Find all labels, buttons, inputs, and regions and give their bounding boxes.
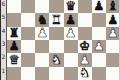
square-e2[interactable] <box>64 53 78 66</box>
square-g1[interactable] <box>92 67 106 80</box>
piece-white-queen[interactable]: ♛ <box>8 53 19 66</box>
square-g2[interactable] <box>92 53 106 66</box>
square-h2[interactable] <box>106 53 120 66</box>
piece-white-knight[interactable]: ♞ <box>51 53 62 66</box>
square-a6[interactable] <box>7 0 21 13</box>
piece-black-pawn[interactable]: ♟ <box>93 0 104 12</box>
square-g6[interactable]: ♟ <box>92 0 106 13</box>
square-d4[interactable] <box>49 27 63 40</box>
square-c1[interactable] <box>35 67 49 80</box>
rank-label-1: 1 <box>1 67 6 80</box>
piece-white-knight[interactable]: ♞ <box>79 67 90 80</box>
square-b3[interactable] <box>21 40 35 53</box>
rank-label-3: 3 <box>1 40 6 53</box>
square-d5[interactable]: ♜ <box>49 13 63 26</box>
rank-labels: 654321 <box>0 0 7 80</box>
rank-label-4: 4 <box>1 27 6 40</box>
square-f1[interactable]: ♞ <box>78 67 92 80</box>
square-h4[interactable]: ♟ <box>106 27 120 40</box>
piece-white-pawn[interactable]: ♟ <box>93 40 104 53</box>
rank-label-5: 5 <box>1 13 6 26</box>
chess-board: ♛♟♝♞♜♟♟♜♟♟♟♟♚♟♛♞♟♞ <box>7 0 120 80</box>
square-b2[interactable] <box>21 53 35 66</box>
square-f5[interactable] <box>78 13 92 26</box>
piece-white-pawn[interactable]: ♟ <box>37 27 48 40</box>
square-b5[interactable] <box>21 13 35 26</box>
square-c4[interactable]: ♟ <box>35 27 49 40</box>
square-d1[interactable] <box>49 67 63 80</box>
square-h1[interactable] <box>106 67 120 80</box>
square-e4[interactable]: ♟ <box>64 27 78 40</box>
piece-white-pawn[interactable]: ♟ <box>107 27 118 40</box>
square-h3[interactable] <box>106 40 120 53</box>
square-d2[interactable]: ♞ <box>49 53 63 66</box>
chess-diagram: 654321 ♛♟♝♞♜♟♟♜♟♟♟♟♚♟♛♞♟♞ <box>0 0 120 80</box>
piece-white-pawn[interactable]: ♟ <box>65 27 76 40</box>
square-c2[interactable] <box>35 53 49 66</box>
square-b1[interactable] <box>21 67 35 80</box>
square-b6[interactable] <box>21 0 35 13</box>
piece-white-rook[interactable]: ♜ <box>51 13 62 26</box>
square-b4[interactable] <box>21 27 35 40</box>
square-g5[interactable] <box>92 13 106 26</box>
square-g3[interactable]: ♟ <box>92 40 106 53</box>
square-e1[interactable] <box>64 67 78 80</box>
rank-label-6: 6 <box>1 0 6 13</box>
rank-label-2: 2 <box>1 53 6 66</box>
square-a2[interactable]: ♛ <box>7 53 21 66</box>
square-e3[interactable] <box>64 40 78 53</box>
square-f6[interactable] <box>78 0 92 13</box>
square-a1[interactable] <box>7 67 21 80</box>
square-c3[interactable] <box>35 40 49 53</box>
